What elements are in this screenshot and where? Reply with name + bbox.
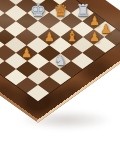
chess-piece-knight: ♞ <box>54 53 67 67</box>
chess-piece-pawn: ♟ <box>89 15 100 27</box>
chess-piece-bishop: ♝ <box>66 29 79 43</box>
chess-pieces-layer: ♞♚♜♛♝♟♟♟♟♟ <box>0 0 120 144</box>
chess-piece-pawn: ♟ <box>89 31 100 43</box>
chess-set-photo: ♞♚♜♛♝♟♟♟♟♟ <box>0 0 120 144</box>
chess-piece-pawn: ♟ <box>21 47 32 59</box>
chess-piece-king: ♚ <box>30 1 46 19</box>
chess-piece-pawn: ♟ <box>44 31 55 43</box>
chess-piece-pawn: ♟ <box>100 23 111 35</box>
chess-piece-queen: ♛ <box>53 3 67 19</box>
